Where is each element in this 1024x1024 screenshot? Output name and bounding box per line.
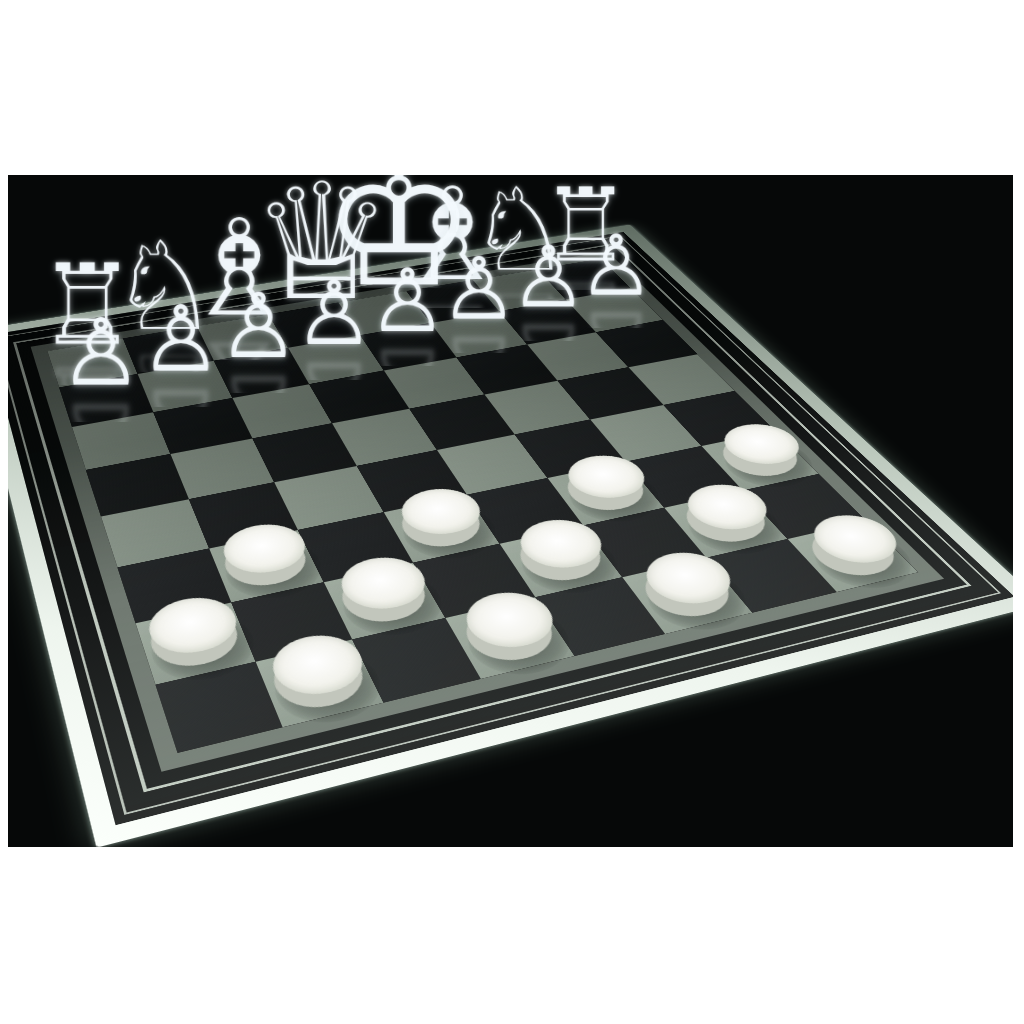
glass-chess-board: ♖♖♘♘♗♗♕♕♔♔♗♗♘♘♖♖♙♙♙♙♙♙♙♙♙♙♙♙♙♙♙♙ — [8, 232, 1013, 825]
white-checker[interactable] — [392, 499, 491, 557]
board-scene: ♖♖♘♘♗♗♕♕♔♔♗♗♘♘♖♖♙♙♙♙♙♙♙♙♙♙♙♙♙♙♙♙ — [8, 175, 1013, 847]
white-checker[interactable] — [144, 608, 247, 679]
product-photo: ♖♖♘♘♗♗♕♕♔♔♗♗♘♘♖♖♙♙♙♙♙♙♙♙♙♙♙♙♙♙♙♙ — [8, 175, 1013, 847]
white-checker[interactable] — [631, 563, 743, 628]
white-checker[interactable] — [217, 535, 315, 597]
